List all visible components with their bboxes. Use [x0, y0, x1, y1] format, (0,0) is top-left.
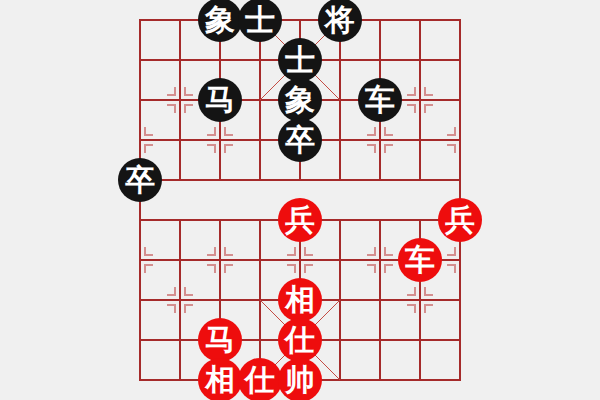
point-marker-corner — [304, 264, 313, 273]
board-cell[interactable] — [220, 180, 260, 220]
point-marker-corner — [144, 144, 153, 153]
point-marker-corner — [407, 104, 416, 113]
board-cell[interactable] — [340, 340, 380, 380]
point-marker-corner — [424, 304, 433, 313]
piece-black-advisor[interactable]: 士 — [278, 38, 322, 82]
point-marker-corner — [287, 247, 296, 256]
piece-black-horse[interactable]: 马 — [198, 78, 242, 122]
board-cell[interactable] — [340, 180, 380, 220]
point-marker — [167, 87, 193, 113]
board-cell[interactable] — [380, 340, 420, 380]
point-marker-corner — [207, 264, 216, 273]
point-marker-corner — [144, 127, 153, 136]
point-marker-corner — [367, 127, 376, 136]
piece-red-chariot[interactable]: 车 — [398, 238, 442, 282]
point-marker-corner — [167, 104, 176, 113]
point-marker-corner — [144, 247, 153, 256]
point-marker-corner — [447, 144, 456, 153]
point-marker-corner — [424, 287, 433, 296]
point-marker-corner — [407, 287, 416, 296]
point-marker-corner — [224, 127, 233, 136]
piece-red-elephant[interactable]: 相 — [278, 278, 322, 322]
point-marker-corner — [424, 104, 433, 113]
point-marker-corner — [207, 247, 216, 256]
point-marker-corner — [447, 247, 456, 256]
board-cell[interactable] — [140, 20, 180, 60]
point-marker-corner — [384, 144, 393, 153]
point-marker — [407, 287, 433, 313]
piece-red-elephant[interactable]: 相 — [198, 358, 242, 400]
piece-red-horse[interactable]: 马 — [198, 318, 242, 362]
point-marker-corner — [224, 247, 233, 256]
piece-red-king[interactable]: 帅 — [278, 358, 322, 400]
point-marker — [207, 247, 233, 273]
board-cell[interactable] — [180, 180, 220, 220]
point-marker-corner — [207, 127, 216, 136]
board-cell[interactable] — [380, 180, 420, 220]
point-marker-corner — [207, 144, 216, 153]
piece-red-pawn[interactable]: 兵 — [438, 198, 482, 242]
point-marker-corner — [167, 87, 176, 96]
point-marker-corner — [144, 264, 153, 273]
point-marker-corner — [367, 264, 376, 273]
point-marker-corner — [407, 87, 416, 96]
piece-black-chariot[interactable]: 车 — [358, 78, 402, 122]
point-marker-corner — [184, 104, 193, 113]
point-marker — [127, 247, 153, 273]
piece-red-advisor[interactable]: 仕 — [278, 318, 322, 362]
board-cell[interactable] — [420, 20, 460, 60]
point-marker-corner — [424, 87, 433, 96]
point-marker — [127, 127, 153, 153]
point-marker-corner — [447, 127, 456, 136]
piece-red-advisor[interactable]: 仕 — [238, 358, 282, 400]
point-marker — [287, 247, 313, 273]
point-marker — [367, 127, 393, 153]
point-marker-corner — [184, 87, 193, 96]
piece-black-pawn[interactable]: 卒 — [118, 158, 162, 202]
point-marker-corner — [167, 304, 176, 313]
point-marker — [447, 247, 473, 273]
point-marker-corner — [184, 304, 193, 313]
point-marker-corner — [287, 264, 296, 273]
point-marker-corner — [224, 144, 233, 153]
point-marker-corner — [384, 247, 393, 256]
point-marker-corner — [167, 287, 176, 296]
point-marker-corner — [384, 127, 393, 136]
point-marker-corner — [304, 247, 313, 256]
board-cell[interactable] — [420, 340, 460, 380]
point-marker — [367, 247, 393, 273]
piece-black-elephant[interactable]: 象 — [278, 78, 322, 122]
piece-black-pawn[interactable]: 卒 — [278, 118, 322, 162]
board-cell[interactable] — [340, 300, 380, 340]
point-marker-corner — [224, 264, 233, 273]
piece-black-king[interactable]: 将 — [318, 0, 362, 42]
point-marker-corner — [407, 304, 416, 313]
point-marker-corner — [384, 264, 393, 273]
point-marker-corner — [447, 264, 456, 273]
point-marker — [207, 127, 233, 153]
point-marker — [447, 127, 473, 153]
piece-red-pawn[interactable]: 兵 — [278, 198, 322, 242]
point-marker — [407, 87, 433, 113]
piece-black-elephant[interactable]: 象 — [198, 0, 242, 42]
point-marker-corner — [184, 287, 193, 296]
xiangqi-board: 象士将士马象车卒卒兵兵车相马仕相仕帅 — [0, 0, 600, 400]
point-marker — [167, 287, 193, 313]
point-marker-corner — [367, 144, 376, 153]
point-marker-corner — [367, 247, 376, 256]
piece-black-advisor[interactable]: 士 — [238, 0, 282, 42]
board-cell[interactable] — [140, 340, 180, 380]
board-cell[interactable] — [380, 20, 420, 60]
